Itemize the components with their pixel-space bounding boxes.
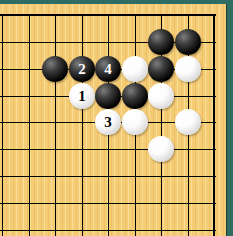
black-stone-move-2: 2 — [69, 56, 95, 82]
grid-line-horizontal — [0, 230, 216, 231]
white-stone-move-1: 1 — [69, 83, 95, 109]
white-stone — [175, 109, 201, 135]
black-stone — [122, 83, 148, 109]
go-board[interactable]: 2413 — [0, 4, 227, 236]
white-stone — [148, 83, 174, 109]
black-stone — [175, 29, 201, 55]
move-number-label: 4 — [104, 62, 112, 77]
move-number-label: 2 — [78, 62, 86, 77]
white-stone — [122, 56, 148, 82]
black-stone — [148, 29, 174, 55]
black-stone — [95, 83, 121, 109]
black-stone — [148, 56, 174, 82]
white-stone-move-3: 3 — [95, 109, 121, 135]
white-stone — [175, 56, 201, 82]
grid-line-horizontal — [0, 176, 216, 177]
move-number-label: 3 — [104, 115, 112, 130]
move-number-label: 1 — [78, 89, 86, 104]
go-diagram: 2413 — [0, 0, 233, 236]
grid-line-horizontal — [0, 203, 216, 204]
board-edge-top — [0, 14, 216, 16]
black-stone-move-4: 4 — [95, 56, 121, 82]
grid-line-horizontal — [0, 149, 216, 150]
black-stone — [42, 56, 68, 82]
white-stone — [122, 109, 148, 135]
white-stone — [148, 136, 174, 162]
